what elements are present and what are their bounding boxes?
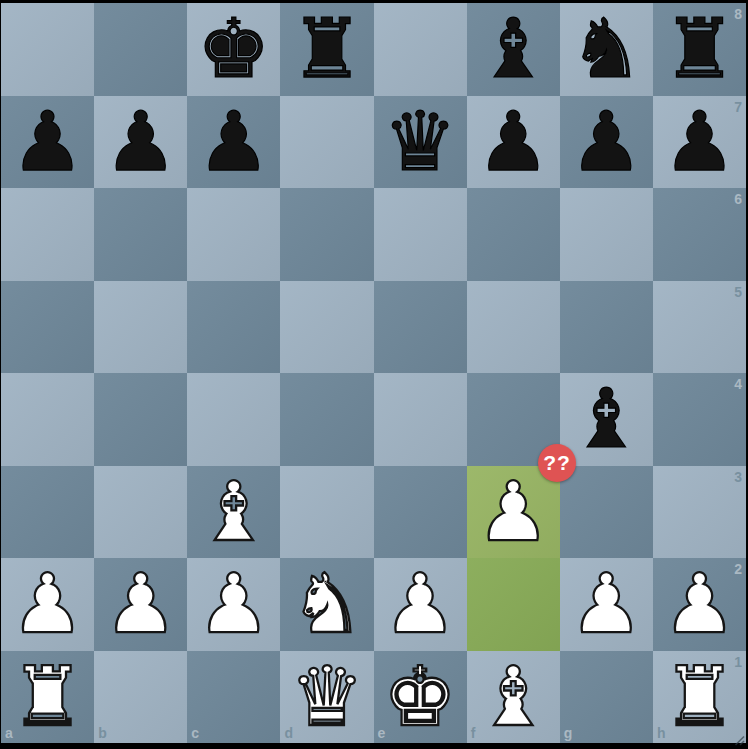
square-g3[interactable] [560, 466, 653, 559]
square-g7[interactable]: ♟ [560, 96, 653, 189]
piece-white-pawn-c2[interactable]: ♟ [187, 558, 280, 651]
square-e4[interactable] [374, 373, 467, 466]
square-h2[interactable]: 2♟ [653, 558, 746, 651]
square-c5[interactable] [187, 281, 280, 374]
square-g5[interactable] [560, 281, 653, 374]
square-h7[interactable]: 7♟ [653, 96, 746, 189]
square-c7[interactable]: ♟ [187, 96, 280, 189]
piece-black-bishop-g4[interactable]: ♝ [560, 373, 653, 466]
square-h8[interactable]: 8♜ [653, 3, 746, 96]
square-d2[interactable]: ♞ [280, 558, 373, 651]
rank-label-6: 6 [734, 191, 742, 207]
square-b2[interactable]: ♟ [94, 558, 187, 651]
square-e3[interactable] [374, 466, 467, 559]
square-b3[interactable] [94, 466, 187, 559]
square-d8[interactable]: ♜ [280, 3, 373, 96]
piece-black-rook-h8[interactable]: ♜ [653, 3, 746, 96]
square-b6[interactable] [94, 188, 187, 281]
square-h4[interactable]: 4 [653, 373, 746, 466]
square-f5[interactable] [467, 281, 560, 374]
piece-black-pawn-a7[interactable]: ♟ [1, 96, 94, 189]
square-a5[interactable] [1, 281, 94, 374]
square-a4[interactable] [1, 373, 94, 466]
square-f6[interactable] [467, 188, 560, 281]
square-e1[interactable]: e♚ [374, 651, 467, 744]
blunder-badge: ?? [538, 444, 576, 482]
square-e5[interactable] [374, 281, 467, 374]
board-frame: ♚♜♝♞8♜♟♟♟♛♟♟7♟65♝4♝♟3♟♟♟♞♟♟2♟a♜bcd♛e♚f♝g… [0, 0, 748, 749]
square-b7[interactable]: ♟ [94, 96, 187, 189]
piece-white-bishop-c3[interactable]: ♝ [187, 466, 280, 559]
piece-white-pawn-g2[interactable]: ♟ [560, 558, 653, 651]
square-g2[interactable]: ♟ [560, 558, 653, 651]
square-a1[interactable]: a♜ [1, 651, 94, 744]
piece-white-pawn-e2[interactable]: ♟ [374, 558, 467, 651]
square-e8[interactable] [374, 3, 467, 96]
square-b4[interactable] [94, 373, 187, 466]
square-a2[interactable]: ♟ [1, 558, 94, 651]
piece-white-rook-h1[interactable]: ♜ [653, 651, 746, 744]
square-f8[interactable]: ♝ [467, 3, 560, 96]
file-label-c: c [191, 725, 199, 741]
square-e6[interactable] [374, 188, 467, 281]
piece-white-pawn-h2[interactable]: ♟ [653, 558, 746, 651]
square-f2[interactable] [467, 558, 560, 651]
piece-white-pawn-b2[interactable]: ♟ [94, 558, 187, 651]
piece-white-pawn-f3[interactable]: ♟ [467, 466, 560, 559]
square-d4[interactable] [280, 373, 373, 466]
square-d1[interactable]: d♛ [280, 651, 373, 744]
square-d5[interactable] [280, 281, 373, 374]
square-c4[interactable] [187, 373, 280, 466]
rank-label-4: 4 [734, 376, 742, 392]
piece-black-queen-e7[interactable]: ♛ [374, 96, 467, 189]
square-h3[interactable]: 3 [653, 466, 746, 559]
square-c2[interactable]: ♟ [187, 558, 280, 651]
square-f1[interactable]: f♝ [467, 651, 560, 744]
square-d7[interactable] [280, 96, 373, 189]
square-c6[interactable] [187, 188, 280, 281]
square-f7[interactable]: ♟ [467, 96, 560, 189]
square-b8[interactable] [94, 3, 187, 96]
piece-white-queen-d1[interactable]: ♛ [280, 651, 373, 744]
square-b5[interactable] [94, 281, 187, 374]
piece-white-bishop-f1[interactable]: ♝ [467, 651, 560, 744]
square-e2[interactable]: ♟ [374, 558, 467, 651]
piece-black-rook-d8[interactable]: ♜ [280, 3, 373, 96]
piece-black-pawn-f7[interactable]: ♟ [467, 96, 560, 189]
square-a7[interactable]: ♟ [1, 96, 94, 189]
piece-black-pawn-c7[interactable]: ♟ [187, 96, 280, 189]
chess-board: ♚♜♝♞8♜♟♟♟♛♟♟7♟65♝4♝♟3♟♟♟♞♟♟2♟a♜bcd♛e♚f♝g… [1, 3, 746, 743]
square-f3[interactable]: ♟ [467, 466, 560, 559]
square-g6[interactable] [560, 188, 653, 281]
piece-white-king-e1[interactable]: ♚ [374, 651, 467, 744]
piece-black-pawn-b7[interactable]: ♟ [94, 96, 187, 189]
piece-black-bishop-f8[interactable]: ♝ [467, 3, 560, 96]
square-h5[interactable]: 5 [653, 281, 746, 374]
square-a8[interactable] [1, 3, 94, 96]
piece-black-king-c8[interactable]: ♚ [187, 3, 280, 96]
square-c8[interactable]: ♚ [187, 3, 280, 96]
square-h1[interactable]: 1h♜ [653, 651, 746, 744]
square-h6[interactable]: 6 [653, 188, 746, 281]
file-label-g: g [564, 725, 573, 741]
square-c1[interactable]: c [187, 651, 280, 744]
square-d3[interactable] [280, 466, 373, 559]
square-c3[interactable]: ♝ [187, 466, 280, 559]
square-g4[interactable]: ♝ [560, 373, 653, 466]
piece-black-pawn-g7[interactable]: ♟ [560, 96, 653, 189]
square-a6[interactable] [1, 188, 94, 281]
square-g8[interactable]: ♞ [560, 3, 653, 96]
square-d6[interactable] [280, 188, 373, 281]
square-e7[interactable]: ♛ [374, 96, 467, 189]
square-g1[interactable]: g [560, 651, 653, 744]
piece-black-pawn-h7[interactable]: ♟ [653, 96, 746, 189]
piece-white-pawn-a2[interactable]: ♟ [1, 558, 94, 651]
square-a3[interactable] [1, 466, 94, 559]
rank-label-3: 3 [734, 469, 742, 485]
piece-white-rook-a1[interactable]: ♜ [1, 651, 94, 744]
square-b1[interactable]: b [94, 651, 187, 744]
rank-label-5: 5 [734, 284, 742, 300]
piece-white-knight-d2[interactable]: ♞ [280, 558, 373, 651]
resize-handle-icon[interactable] [732, 733, 745, 746]
piece-black-knight-g8[interactable]: ♞ [560, 3, 653, 96]
file-label-b: b [98, 725, 107, 741]
